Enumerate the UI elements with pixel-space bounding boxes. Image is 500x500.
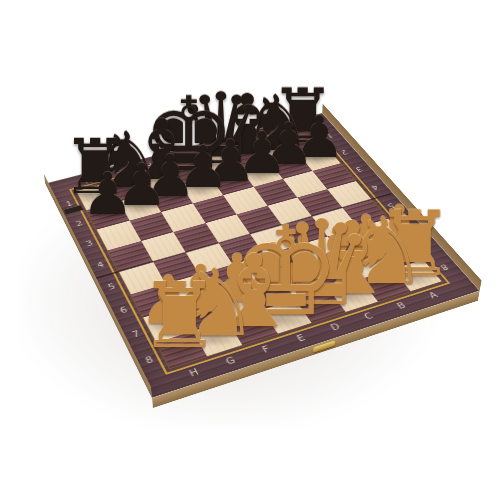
square bbox=[213, 286, 262, 320]
square bbox=[165, 274, 213, 307]
rank-label-right: 1 bbox=[325, 132, 335, 138]
rank-label-left: 4 bbox=[95, 260, 105, 269]
square bbox=[227, 310, 277, 345]
rank-label-left: 2 bbox=[74, 219, 83, 227]
square bbox=[107, 241, 152, 272]
square bbox=[119, 262, 165, 294]
rank-label-left: 5 bbox=[107, 282, 117, 291]
file-label-far: F bbox=[145, 161, 154, 168]
rank-label-right: 2 bbox=[339, 149, 349, 156]
file-label-near: B bbox=[395, 300, 407, 310]
square bbox=[186, 243, 232, 274]
rank-label-right: 4 bbox=[369, 183, 379, 190]
square bbox=[295, 289, 345, 323]
square bbox=[261, 299, 311, 334]
file-label-near: D bbox=[328, 321, 341, 331]
rank-label-right: 7 bbox=[419, 241, 430, 249]
rank-label-left: 8 bbox=[144, 354, 155, 364]
rank-label-right: 8 bbox=[438, 262, 450, 271]
square bbox=[232, 255, 279, 287]
rank-label-right: 5 bbox=[385, 202, 396, 210]
file-label-near: F bbox=[260, 344, 271, 354]
rank-label-right: 3 bbox=[354, 166, 364, 173]
square bbox=[141, 232, 186, 262]
square bbox=[192, 320, 242, 356]
file-label-near: H bbox=[187, 367, 200, 378]
rank-label-left: 3 bbox=[85, 239, 95, 247]
file-label-near: C bbox=[362, 311, 374, 321]
square bbox=[296, 236, 343, 266]
file-label-near: E bbox=[295, 333, 307, 343]
square bbox=[360, 269, 410, 302]
square bbox=[343, 248, 391, 279]
square bbox=[153, 252, 199, 283]
rank-label-right: 6 bbox=[402, 221, 413, 229]
square bbox=[374, 238, 422, 269]
square bbox=[328, 279, 378, 312]
square bbox=[279, 267, 328, 299]
square bbox=[156, 331, 206, 368]
square bbox=[312, 257, 361, 289]
square bbox=[131, 284, 179, 318]
file-label-near: A bbox=[427, 290, 439, 299]
square bbox=[246, 276, 295, 309]
square bbox=[264, 245, 311, 276]
rank-label-left: 7 bbox=[131, 329, 142, 339]
square bbox=[218, 234, 264, 264]
square bbox=[199, 264, 246, 296]
product-photo-scene: HH11GG22FF33EE44DD55CC66BB77AA88 ♜♞♝♚♛♝♞… bbox=[0, 0, 500, 500]
square bbox=[178, 297, 227, 332]
rank-label-left: 6 bbox=[118, 305, 128, 315]
square bbox=[143, 307, 192, 342]
file-label-near: G bbox=[224, 355, 237, 366]
square bbox=[392, 259, 442, 291]
